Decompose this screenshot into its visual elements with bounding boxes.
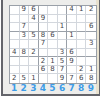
palette-digit-8[interactable]: 8 [78,84,84,93]
cell-r7c7[interactable]: 9 [67,57,77,66]
cell-r9c8[interactable]: 6 [77,74,87,83]
cell-r4c1[interactable] [10,32,20,41]
cell-r3c9[interactable]: 6 [86,23,96,32]
cell-r8c2[interactable] [20,66,30,75]
cell-r8c1[interactable] [10,66,20,75]
cell-r9c5[interactable] [48,74,58,83]
cell-r2c3[interactable]: 4 [29,15,39,24]
cell-r2c1[interactable] [10,15,20,24]
cell-r4c7[interactable]: 1 [67,32,77,41]
cell-r8c3[interactable] [29,66,39,75]
cell-r1c9[interactable]: 2 [86,6,96,15]
cell-r1c2[interactable]: 9 [20,6,30,15]
cell-r6c1[interactable]: 4 [10,49,20,58]
palette-digit-9[interactable]: 9 [88,84,94,93]
cell-r1c7[interactable]: 4 [67,6,77,15]
cell-r9c7[interactable]: 7 [67,74,77,83]
cell-r4c2[interactable]: 3 [20,32,30,41]
cell-r2c8[interactable] [77,15,87,24]
cell-r7c2[interactable] [20,57,30,66]
palette-digit-4[interactable]: 4 [40,84,46,93]
cell-r2c5[interactable] [48,15,58,24]
cell-r9c6[interactable]: 9 [58,74,68,83]
cell-r7c1[interactable] [10,57,20,66]
palette-digit-7[interactable]: 7 [68,84,74,93]
palette-digit-3[interactable]: 3 [30,84,36,93]
cell-r4c3[interactable]: 5 [29,32,39,41]
cell-r4c8[interactable] [77,32,87,41]
cell-r7c3[interactable] [29,57,39,66]
cell-r3c1[interactable] [10,23,20,32]
cell-r1c6[interactable] [58,6,68,15]
cell-r6c3[interactable]: 2 [29,49,39,58]
cell-r9c2[interactable]: 5 [20,74,30,83]
cell-r8c5[interactable]: 8 [48,66,58,75]
cell-r4c5[interactable]: 6 [48,32,58,41]
number-palette: 123456789 [11,83,94,93]
cell-r4c6[interactable] [58,32,68,41]
cell-r9c1[interactable]: 2 [10,74,20,83]
cell-r5c4[interactable]: 7 [39,40,49,49]
cell-r1c8[interactable]: 1 [77,6,87,15]
palette-digit-2[interactable]: 2 [21,84,27,93]
cell-r1c5[interactable] [48,6,58,15]
palette-digit-1[interactable]: 1 [11,84,17,93]
cell-r6c2[interactable]: 8 [20,49,30,58]
cell-r5c9[interactable]: 3 [86,40,96,49]
cell-r2c7[interactable] [67,15,77,24]
cell-r1c1[interactable] [10,6,20,15]
cell-r5c8[interactable] [77,40,87,49]
cell-r5c5[interactable] [48,40,58,49]
cell-r2c4[interactable]: 9 [39,15,49,24]
sudoku-board: 96412497163586173482362159687212519768 [9,5,97,84]
puzzle-window: 96412497163586173482362159687212519768 1… [1,0,100,96]
cell-r8c9[interactable]: 1 [86,66,96,75]
cell-r3c6[interactable]: 1 [58,23,68,32]
cell-r6c8[interactable] [77,49,87,58]
cell-r8c6[interactable]: 7 [58,66,68,75]
palette-digit-5[interactable]: 5 [49,84,55,93]
cell-r9c9[interactable]: 8 [86,74,96,83]
cell-r9c3[interactable]: 1 [29,74,39,83]
cell-r8c7[interactable] [67,66,77,75]
palette-digit-6[interactable]: 6 [59,84,65,93]
cell-r3c8[interactable] [77,23,87,32]
cell-r8c4[interactable]: 6 [39,66,49,75]
cell-r6c9[interactable] [86,49,96,58]
cell-r9c4[interactable] [39,74,49,83]
cell-r8c8[interactable]: 2 [77,66,87,75]
